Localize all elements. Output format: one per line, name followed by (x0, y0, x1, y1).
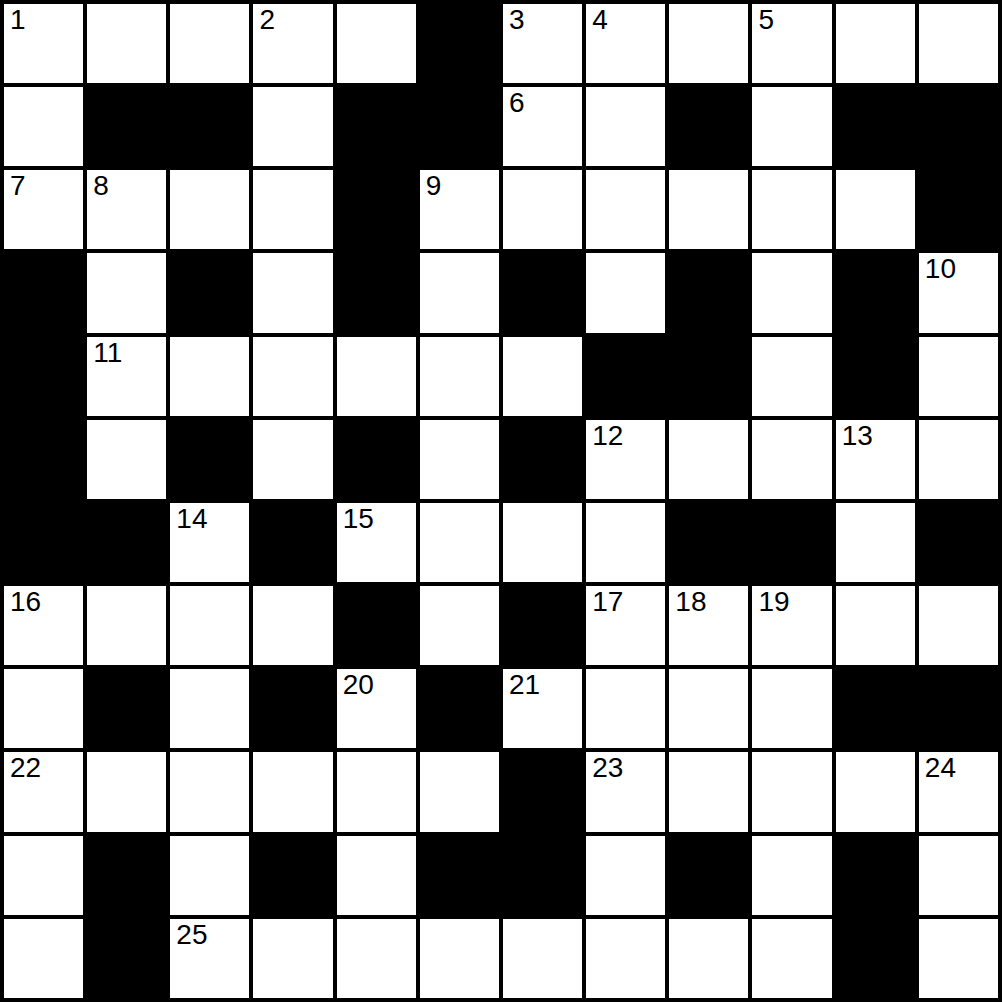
white-cell[interactable] (752, 752, 831, 831)
white-cell[interactable]: 24 (919, 752, 998, 831)
white-cell[interactable] (170, 4, 249, 83)
black-cell (420, 836, 499, 915)
white-cell[interactable]: 14 (170, 503, 249, 582)
white-cell[interactable] (253, 752, 332, 831)
black-cell (4, 420, 83, 499)
white-cell[interactable] (337, 836, 416, 915)
white-cell[interactable] (420, 420, 499, 499)
white-cell[interactable] (87, 752, 166, 831)
black-cell (87, 669, 166, 748)
white-cell[interactable]: 20 (337, 669, 416, 748)
white-cell[interactable] (503, 337, 582, 416)
white-cell[interactable] (170, 337, 249, 416)
black-cell (420, 669, 499, 748)
white-cell[interactable] (420, 503, 499, 582)
black-cell (503, 420, 582, 499)
white-cell[interactable]: 3 (503, 4, 582, 83)
clue-number: 18 (675, 587, 706, 618)
black-cell (669, 503, 748, 582)
clue-number: 13 (842, 421, 873, 452)
white-cell[interactable] (503, 919, 582, 998)
clue-number: 25 (176, 920, 207, 951)
black-cell (503, 586, 582, 665)
black-cell (669, 253, 748, 332)
white-cell[interactable] (669, 170, 748, 249)
white-cell[interactable]: 17 (586, 586, 665, 665)
black-cell (337, 170, 416, 249)
white-cell[interactable] (752, 337, 831, 416)
black-cell (4, 503, 83, 582)
white-cell[interactable] (836, 4, 915, 83)
black-cell (420, 4, 499, 83)
white-cell[interactable]: 23 (586, 752, 665, 831)
white-cell[interactable] (586, 170, 665, 249)
black-cell (919, 87, 998, 166)
white-cell[interactable] (919, 4, 998, 83)
clue-number: 23 (592, 753, 623, 784)
black-cell (170, 420, 249, 499)
white-cell[interactable] (503, 170, 582, 249)
white-cell[interactable]: 2 (253, 4, 332, 83)
clue-number: 6 (509, 88, 525, 119)
black-cell (337, 87, 416, 166)
black-cell (669, 836, 748, 915)
white-cell[interactable]: 15 (337, 503, 416, 582)
black-cell (669, 87, 748, 166)
black-cell (87, 919, 166, 998)
white-cell[interactable] (4, 87, 83, 166)
white-cell[interactable]: 18 (669, 586, 748, 665)
white-cell[interactable] (337, 4, 416, 83)
white-cell[interactable]: 7 (4, 170, 83, 249)
black-cell (836, 836, 915, 915)
clue-number: 11 (93, 338, 122, 369)
black-cell (87, 836, 166, 915)
white-cell[interactable] (836, 586, 915, 665)
white-cell[interactable] (337, 919, 416, 998)
white-cell[interactable] (586, 87, 665, 166)
white-cell[interactable] (420, 253, 499, 332)
white-cell[interactable] (170, 752, 249, 831)
white-cell[interactable] (919, 919, 998, 998)
white-cell[interactable] (586, 919, 665, 998)
white-cell[interactable] (4, 836, 83, 915)
white-cell[interactable] (253, 919, 332, 998)
black-cell (253, 669, 332, 748)
clue-number: 15 (343, 504, 374, 535)
white-cell[interactable]: 6 (503, 87, 582, 166)
white-cell[interactable]: 12 (586, 420, 665, 499)
crossword-grid: 1234567891011121314151617181920212223242… (0, 0, 1002, 1002)
white-cell[interactable]: 10 (919, 253, 998, 332)
white-cell[interactable] (170, 836, 249, 915)
clue-number: 20 (343, 670, 374, 701)
white-cell[interactable] (752, 253, 831, 332)
clue-number: 8 (93, 171, 109, 202)
clue-number: 17 (592, 587, 623, 618)
white-cell[interactable] (919, 337, 998, 416)
white-cell[interactable] (752, 170, 831, 249)
clue-number: 24 (925, 753, 956, 784)
clue-number: 4 (592, 5, 608, 36)
white-cell[interactable]: 8 (87, 170, 166, 249)
black-cell (669, 337, 748, 416)
white-cell[interactable] (87, 420, 166, 499)
white-cell[interactable] (919, 420, 998, 499)
clue-number: 7 (10, 171, 26, 202)
white-cell[interactable] (87, 586, 166, 665)
white-cell[interactable] (253, 87, 332, 166)
white-cell[interactable] (752, 669, 831, 748)
black-cell (253, 836, 332, 915)
white-cell[interactable] (420, 337, 499, 416)
black-cell (836, 87, 915, 166)
black-cell (337, 420, 416, 499)
white-cell[interactable] (836, 752, 915, 831)
black-cell (4, 253, 83, 332)
black-cell (337, 253, 416, 332)
black-cell (170, 87, 249, 166)
white-cell[interactable] (87, 253, 166, 332)
white-cell[interactable]: 1 (4, 4, 83, 83)
clue-number: 21 (509, 670, 540, 701)
black-cell (836, 919, 915, 998)
clue-number: 3 (509, 5, 525, 36)
white-cell[interactable] (4, 919, 83, 998)
white-cell[interactable]: 19 (752, 586, 831, 665)
black-cell (87, 87, 166, 166)
white-cell[interactable] (586, 253, 665, 332)
white-cell[interactable]: 13 (836, 420, 915, 499)
black-cell (919, 669, 998, 748)
white-cell[interactable] (420, 586, 499, 665)
white-cell[interactable] (752, 420, 831, 499)
black-cell (919, 170, 998, 249)
black-cell (919, 503, 998, 582)
white-cell[interactable] (253, 586, 332, 665)
white-cell[interactable]: 11 (87, 337, 166, 416)
black-cell (4, 337, 83, 416)
white-cell[interactable]: 22 (4, 752, 83, 831)
black-cell (337, 586, 416, 665)
black-cell (503, 836, 582, 915)
white-cell[interactable]: 21 (503, 669, 582, 748)
white-cell[interactable]: 4 (586, 4, 665, 83)
white-cell[interactable] (170, 586, 249, 665)
clue-number: 1 (10, 5, 26, 36)
white-cell[interactable] (919, 586, 998, 665)
black-cell (170, 253, 249, 332)
white-cell[interactable] (170, 170, 249, 249)
white-cell[interactable] (752, 919, 831, 998)
white-cell[interactable] (253, 253, 332, 332)
clue-number: 5 (758, 5, 774, 36)
clue-number: 9 (426, 171, 442, 202)
white-cell[interactable] (586, 503, 665, 582)
white-cell[interactable] (836, 170, 915, 249)
white-cell[interactable]: 5 (752, 4, 831, 83)
white-cell[interactable] (919, 836, 998, 915)
white-cell[interactable] (420, 919, 499, 998)
black-cell (503, 253, 582, 332)
black-cell (253, 503, 332, 582)
white-cell[interactable] (669, 919, 748, 998)
white-cell[interactable] (586, 669, 665, 748)
clue-number: 12 (592, 421, 623, 452)
clue-number: 2 (259, 5, 275, 36)
black-cell (503, 752, 582, 831)
white-cell[interactable] (586, 836, 665, 915)
white-cell[interactable]: 16 (4, 586, 83, 665)
white-cell[interactable] (669, 420, 748, 499)
black-cell (836, 337, 915, 416)
white-cell[interactable] (503, 503, 582, 582)
white-cell[interactable] (253, 337, 332, 416)
clue-number: 22 (10, 753, 41, 784)
white-cell[interactable] (253, 420, 332, 499)
white-cell[interactable] (253, 170, 332, 249)
white-cell[interactable] (752, 87, 831, 166)
clue-number: 16 (10, 587, 41, 618)
black-cell (836, 253, 915, 332)
white-cell[interactable] (669, 752, 748, 831)
white-cell[interactable]: 9 (420, 170, 499, 249)
white-cell[interactable] (420, 752, 499, 831)
white-cell[interactable] (170, 669, 249, 748)
white-cell[interactable] (87, 4, 166, 83)
black-cell (836, 669, 915, 748)
white-cell[interactable] (669, 669, 748, 748)
clue-number: 10 (925, 254, 956, 285)
white-cell[interactable] (337, 752, 416, 831)
clue-number: 19 (758, 587, 789, 618)
black-cell (87, 503, 166, 582)
white-cell[interactable] (669, 4, 748, 83)
white-cell[interactable]: 25 (170, 919, 249, 998)
white-cell[interactable] (752, 836, 831, 915)
black-cell (586, 337, 665, 416)
black-cell (420, 87, 499, 166)
black-cell (752, 503, 831, 582)
white-cell[interactable] (836, 503, 915, 582)
white-cell[interactable] (4, 669, 83, 748)
clue-number: 14 (176, 504, 207, 535)
white-cell[interactable] (337, 337, 416, 416)
